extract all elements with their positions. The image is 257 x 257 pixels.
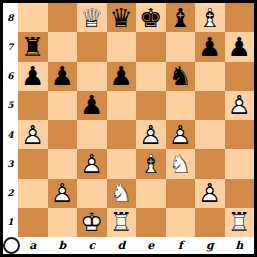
- black-piece-glyph: ♚: [139, 5, 162, 31]
- square-b8[interactable]: [48, 3, 78, 32]
- piece-white-pawn[interactable]: ♟♙: [228, 92, 251, 118]
- black-piece-glyph: ♟: [21, 63, 44, 89]
- piece-white-pawn[interactable]: ♟♙: [169, 122, 192, 148]
- piece-white-rook[interactable]: ♜♖: [110, 209, 133, 235]
- rank-label-2: 2: [3, 179, 18, 208]
- square-e6[interactable]: [136, 62, 166, 91]
- piece-black-pawn[interactable]: ♟: [80, 92, 103, 118]
- square-g7[interactable]: ♟: [195, 32, 225, 61]
- chessboard[interactable]: ♛♕♛♚♝♝♗♜♟♟♟♟♟♞♟♟♙♟♙♟♙♟♙♟♙♝♗♞♘♟♙♞♘♟♙♚♔♜♖♜…: [18, 3, 254, 237]
- piece-white-pawn[interactable]: ♟♙: [139, 122, 162, 148]
- rank-label-3: 3: [3, 149, 18, 178]
- square-f1[interactable]: [166, 208, 196, 237]
- square-a4[interactable]: ♟♙: [18, 120, 48, 149]
- square-c7[interactable]: [77, 32, 107, 61]
- white-piece-outline: ♗: [198, 5, 221, 31]
- piece-white-knight[interactable]: ♞♘: [110, 180, 133, 206]
- square-h8[interactable]: [225, 3, 255, 32]
- piece-white-pawn[interactable]: ♟♙: [21, 122, 44, 148]
- square-h1[interactable]: ♜♖: [225, 208, 255, 237]
- square-a6[interactable]: ♟: [18, 62, 48, 91]
- piece-black-pawn[interactable]: ♟: [228, 34, 251, 60]
- file-label-c: c: [77, 237, 107, 254]
- white-piece-outline: ♔: [80, 209, 103, 235]
- square-c8[interactable]: ♛♕: [77, 3, 107, 32]
- white-piece-outline: ♙: [198, 180, 221, 206]
- file-label-e: e: [136, 237, 166, 254]
- piece-black-queen[interactable]: ♛: [110, 5, 133, 31]
- square-f6[interactable]: ♞: [166, 62, 196, 91]
- square-e7[interactable]: [136, 32, 166, 61]
- square-g4[interactable]: [195, 120, 225, 149]
- square-b7[interactable]: [48, 32, 78, 61]
- square-d6[interactable]: ♟: [107, 62, 137, 91]
- rank-label-8: 8: [3, 3, 18, 32]
- rank-label-4: 4: [3, 120, 18, 149]
- square-c3[interactable]: ♟♙: [77, 149, 107, 178]
- square-h4[interactable]: [225, 120, 255, 149]
- white-piece-outline: ♙: [139, 122, 162, 148]
- square-e4[interactable]: ♟♙: [136, 120, 166, 149]
- square-a5[interactable]: [18, 91, 48, 120]
- square-a8[interactable]: [18, 3, 48, 32]
- rank-labels: 87654321: [3, 3, 18, 237]
- square-c5[interactable]: ♟: [77, 91, 107, 120]
- square-e8[interactable]: ♚: [136, 3, 166, 32]
- white-piece-outline: ♙: [80, 151, 103, 177]
- square-e1[interactable]: [136, 208, 166, 237]
- piece-white-knight[interactable]: ♞♘: [169, 151, 192, 177]
- side-to-move-indicator: [3, 237, 20, 254]
- square-f4[interactable]: ♟♙: [166, 120, 196, 149]
- white-piece-outline: ♘: [169, 151, 192, 177]
- square-b2[interactable]: ♟♙: [48, 179, 78, 208]
- square-e5[interactable]: [136, 91, 166, 120]
- file-label-g: g: [195, 237, 225, 254]
- black-piece-glyph: ♝: [169, 5, 192, 31]
- white-piece-outline: ♘: [110, 180, 133, 206]
- white-piece-outline: ♖: [228, 209, 251, 235]
- file-label-h: h: [225, 237, 255, 254]
- piece-white-pawn[interactable]: ♟♙: [51, 180, 74, 206]
- rank-label-5: 5: [3, 91, 18, 120]
- square-c1[interactable]: ♚♔: [77, 208, 107, 237]
- square-d4[interactable]: [107, 120, 137, 149]
- black-piece-glyph: ♟: [51, 63, 74, 89]
- piece-black-knight[interactable]: ♞: [169, 63, 192, 89]
- square-d7[interactable]: [107, 32, 137, 61]
- white-piece-outline: ♙: [21, 122, 44, 148]
- square-a1[interactable]: [18, 208, 48, 237]
- square-f7[interactable]: [166, 32, 196, 61]
- square-h5[interactable]: ♟♙: [225, 91, 255, 120]
- square-c4[interactable]: [77, 120, 107, 149]
- black-piece-glyph: ♜: [21, 34, 44, 60]
- rank-label-1: 1: [3, 208, 18, 237]
- square-d3[interactable]: [107, 149, 137, 178]
- piece-white-pawn[interactable]: ♟♙: [198, 180, 221, 206]
- piece-white-bishop[interactable]: ♝♗: [198, 5, 221, 31]
- square-g3[interactable]: [195, 149, 225, 178]
- square-h2[interactable]: [225, 179, 255, 208]
- piece-black-bishop[interactable]: ♝: [169, 5, 192, 31]
- square-f2[interactable]: [166, 179, 196, 208]
- square-b3[interactable]: [48, 149, 78, 178]
- square-a2[interactable]: [18, 179, 48, 208]
- square-g8[interactable]: ♝♗: [195, 3, 225, 32]
- black-piece-glyph: ♟: [228, 34, 251, 60]
- square-h7[interactable]: ♟: [225, 32, 255, 61]
- square-b5[interactable]: [48, 91, 78, 120]
- piece-black-pawn[interactable]: ♟: [198, 34, 221, 60]
- square-f5[interactable]: [166, 91, 196, 120]
- square-e2[interactable]: [136, 179, 166, 208]
- white-piece-outline: ♕: [80, 5, 103, 31]
- piece-white-bishop[interactable]: ♝♗: [139, 151, 162, 177]
- square-a7[interactable]: ♜: [18, 32, 48, 61]
- chessboard-frame: 87654321 ♛♕♛♚♝♝♗♜♟♟♟♟♟♞♟♟♙♟♙♟♙♟♙♟♙♝♗♞♘♟♙…: [0, 0, 257, 257]
- file-label-b: b: [48, 237, 78, 254]
- square-f3[interactable]: ♞♘: [166, 149, 196, 178]
- piece-white-pawn[interactable]: ♟♙: [80, 151, 103, 177]
- square-b4[interactable]: [48, 120, 78, 149]
- file-label-d: d: [107, 237, 137, 254]
- file-label-a: a: [18, 237, 48, 254]
- square-g2[interactable]: ♟♙: [195, 179, 225, 208]
- square-h3[interactable]: [225, 149, 255, 178]
- piece-black-rook[interactable]: ♜: [21, 34, 44, 60]
- white-piece-outline: ♙: [169, 122, 192, 148]
- black-piece-glyph: ♟: [198, 34, 221, 60]
- piece-black-pawn[interactable]: ♟: [51, 63, 74, 89]
- square-d5[interactable]: [107, 91, 137, 120]
- rank-label-7: 7: [3, 32, 18, 61]
- piece-white-king[interactable]: ♚♔: [80, 209, 103, 235]
- file-labels: abcdefgh: [18, 237, 254, 254]
- white-piece-outline: ♙: [228, 92, 251, 118]
- board-corner: [3, 237, 18, 254]
- square-d1[interactable]: ♜♖: [107, 208, 137, 237]
- square-c6[interactable]: [77, 62, 107, 91]
- white-piece-outline: ♖: [110, 209, 133, 235]
- piece-black-king[interactable]: ♚: [139, 5, 162, 31]
- piece-white-rook[interactable]: ♜♖: [228, 209, 251, 235]
- black-piece-glyph: ♛: [110, 5, 133, 31]
- square-d8[interactable]: ♛: [107, 3, 137, 32]
- square-c2[interactable]: [77, 179, 107, 208]
- square-d2[interactable]: ♞♘: [107, 179, 137, 208]
- square-g6[interactable]: [195, 62, 225, 91]
- square-a3[interactable]: [18, 149, 48, 178]
- rank-label-6: 6: [3, 62, 18, 91]
- piece-black-pawn[interactable]: ♟: [110, 63, 133, 89]
- square-b1[interactable]: [48, 208, 78, 237]
- file-label-f: f: [166, 237, 196, 254]
- white-piece-outline: ♙: [51, 180, 74, 206]
- white-piece-outline: ♗: [139, 151, 162, 177]
- square-h6[interactable]: [225, 62, 255, 91]
- square-f8[interactable]: ♝: [166, 3, 196, 32]
- square-e3[interactable]: ♝♗: [136, 149, 166, 178]
- square-b6[interactable]: ♟: [48, 62, 78, 91]
- black-piece-glyph: ♟: [110, 63, 133, 89]
- square-g5[interactable]: [195, 91, 225, 120]
- square-g1[interactable]: [195, 208, 225, 237]
- piece-black-pawn[interactable]: ♟: [21, 63, 44, 89]
- piece-white-queen[interactable]: ♛♕: [80, 5, 103, 31]
- black-piece-glyph: ♟: [80, 92, 103, 118]
- black-piece-glyph: ♞: [169, 63, 192, 89]
